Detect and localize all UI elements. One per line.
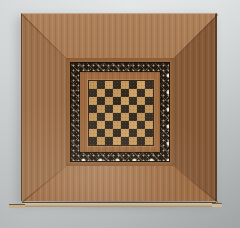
square-b7 <box>97 89 105 97</box>
square-a7 <box>89 89 97 97</box>
square-h5 <box>145 105 153 113</box>
square-e3 <box>121 121 129 129</box>
square-b3 <box>97 121 105 129</box>
square-h8 <box>145 81 153 89</box>
game-board <box>21 13 217 201</box>
square-e4 <box>121 113 129 121</box>
square-b5 <box>97 105 105 113</box>
square-e8 <box>121 81 129 89</box>
square-b4 <box>97 113 105 121</box>
square-f6 <box>129 97 137 105</box>
square-d6 <box>113 97 121 105</box>
square-d8 <box>113 81 121 89</box>
square-h3 <box>145 121 153 129</box>
square-f2 <box>129 129 137 137</box>
square-h4 <box>145 113 153 121</box>
inner-panel <box>66 58 174 166</box>
square-g2 <box>137 129 145 137</box>
square-h7 <box>145 89 153 97</box>
square-h1 <box>145 137 153 145</box>
square-g3 <box>137 121 145 129</box>
square-a5 <box>89 105 97 113</box>
square-a3 <box>89 121 97 129</box>
square-c5 <box>105 105 113 113</box>
square-a6 <box>89 97 97 105</box>
square-d3 <box>113 121 121 129</box>
square-g1 <box>137 137 145 145</box>
square-c2 <box>105 129 113 137</box>
square-g6 <box>137 97 145 105</box>
checkerboard-grid <box>88 80 154 146</box>
board-edge-sliver-left <box>9 204 25 208</box>
board-edge-sliver-right <box>212 203 222 207</box>
square-g4 <box>137 113 145 121</box>
photo-backdrop <box>0 0 240 228</box>
square-a1 <box>89 137 97 145</box>
square-c7 <box>105 89 113 97</box>
square-d7 <box>113 89 121 97</box>
square-e7 <box>121 89 129 97</box>
square-d1 <box>113 137 121 145</box>
square-a8 <box>89 81 97 89</box>
square-c1 <box>105 137 113 145</box>
square-f4 <box>129 113 137 121</box>
square-f8 <box>129 81 137 89</box>
square-f1 <box>129 137 137 145</box>
square-b8 <box>97 81 105 89</box>
square-f7 <box>129 89 137 97</box>
square-e6 <box>121 97 129 105</box>
square-g8 <box>137 81 145 89</box>
square-b6 <box>97 97 105 105</box>
square-e2 <box>121 129 129 137</box>
square-h2 <box>145 129 153 137</box>
square-e5 <box>121 105 129 113</box>
square-f5 <box>129 105 137 113</box>
square-a4 <box>89 113 97 121</box>
square-e1 <box>121 137 129 145</box>
square-h6 <box>145 97 153 105</box>
square-c3 <box>105 121 113 129</box>
square-g7 <box>137 89 145 97</box>
square-c6 <box>105 97 113 105</box>
square-f3 <box>129 121 137 129</box>
square-c4 <box>105 113 113 121</box>
square-g5 <box>137 105 145 113</box>
square-b1 <box>97 137 105 145</box>
square-d2 <box>113 129 121 137</box>
square-d5 <box>113 105 121 113</box>
square-a2 <box>89 129 97 137</box>
square-d4 <box>113 113 121 121</box>
square-b2 <box>97 129 105 137</box>
square-c8 <box>105 81 113 89</box>
board-bottom-edge <box>22 202 216 207</box>
